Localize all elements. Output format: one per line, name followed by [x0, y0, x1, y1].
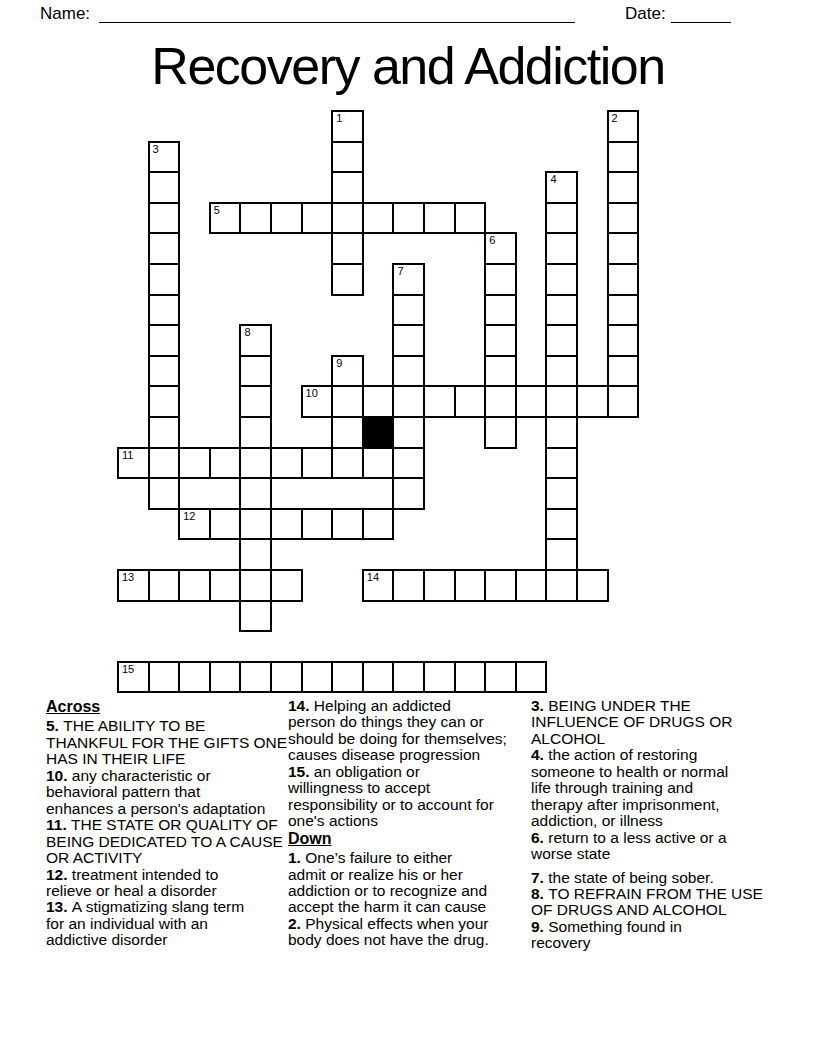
cell-r13c7[interactable]	[331, 508, 364, 541]
cell-r18c11[interactable]	[454, 661, 487, 694]
cell-r11c4[interactable]	[239, 447, 272, 480]
cell-r7c14[interactable]	[545, 324, 578, 357]
cell-r9c8[interactable]	[362, 385, 395, 418]
cell-r14c14[interactable]	[545, 538, 578, 571]
cell-r8c16[interactable]	[607, 355, 640, 388]
cell-r9c15[interactable]	[576, 385, 609, 418]
crossword-grid: 123456789101112131415	[117, 110, 640, 694]
cell-r2c1[interactable]	[148, 171, 181, 204]
cell-r15c3[interactable]	[209, 569, 242, 602]
clue-down-1: 1. One’s failure to either admit or real…	[288, 850, 534, 916]
cell-r18c9[interactable]	[392, 661, 425, 694]
cell-r9c11[interactable]	[454, 385, 487, 418]
cell-r0c16[interactable]: 2	[607, 110, 640, 143]
clue-text: BEING UNDER THE INFLUENCE OF DRUGS OR AL…	[531, 697, 733, 747]
cell-r8c9[interactable]	[392, 355, 425, 388]
cell-r3c10[interactable]	[423, 202, 456, 235]
clue-number: 10.	[46, 767, 72, 784]
cell-r2c7[interactable]	[331, 171, 364, 204]
cell-r11c8[interactable]	[362, 447, 395, 480]
cell-r3c7[interactable]	[331, 202, 364, 235]
cell-r8c12[interactable]	[484, 355, 517, 388]
cell-r4c14[interactable]	[545, 232, 578, 265]
clue-text: Physical effects when your body does not…	[288, 915, 489, 948]
cell-r15c4[interactable]	[239, 569, 272, 602]
cell-r11c6[interactable]	[301, 447, 334, 480]
name-label: Name:	[40, 4, 90, 24]
cell-r7c9[interactable]	[392, 324, 425, 357]
cell-r14c4[interactable]	[239, 538, 272, 571]
cell-r10c12[interactable]	[484, 416, 517, 449]
clue-text: Helping an addicted person do things the…	[288, 697, 507, 763]
cell-r15c13[interactable]	[515, 569, 548, 602]
cell-r18c10[interactable]	[423, 661, 456, 694]
grid-number-2: 2	[612, 113, 618, 124]
clue-across-14: 14. Helping an addicted person do things…	[288, 698, 534, 764]
cell-r15c1[interactable]	[148, 569, 181, 602]
clue-across-10: 10. any characteristic or behavioral pat…	[46, 768, 292, 817]
cell-r18c7[interactable]	[331, 661, 364, 694]
clues-column-1: Across5. THE ABILITY TO BE THANKFUL FOR …	[46, 698, 292, 949]
clue-across-12: 12. treatment intended to relieve or hea…	[46, 867, 292, 900]
cell-r15c9[interactable]	[392, 569, 425, 602]
cell-r12c9[interactable]	[392, 477, 425, 510]
clue-number: 3.	[531, 697, 548, 714]
grid-number-14: 14	[367, 572, 379, 583]
cell-r10c9[interactable]	[392, 416, 425, 449]
cell-r18c4[interactable]	[239, 661, 272, 694]
cell-r9c6[interactable]: 10	[301, 385, 334, 418]
cell-r18c13[interactable]	[515, 661, 548, 694]
cell-r18c2[interactable]	[178, 661, 211, 694]
clue-across-13: 13. A stigmatizing slang term for an ind…	[46, 899, 292, 948]
worksheet-page: Name: Date: Recovery and Addiction 12345…	[0, 0, 816, 1056]
clue-number: 7.	[531, 869, 548, 886]
cell-r9c4[interactable]	[239, 385, 272, 418]
cell-r5c1[interactable]	[148, 263, 181, 296]
cell-r15c2[interactable]	[178, 569, 211, 602]
cell-r11c14[interactable]	[545, 447, 578, 480]
cell-r9c12[interactable]	[484, 385, 517, 418]
clue-number: 8.	[531, 885, 548, 902]
cell-r10c1[interactable]	[148, 416, 181, 449]
clue-text: any characteristic or behavioral pattern…	[46, 767, 265, 817]
clue-number: 13.	[46, 898, 72, 915]
cell-r11c1[interactable]	[148, 447, 181, 480]
grid-number-8: 8	[244, 327, 250, 338]
cell-r9c10[interactable]	[423, 385, 456, 418]
cell-r3c5[interactable]	[270, 202, 303, 235]
clue-text: treatment intended to relieve or heal a …	[46, 866, 218, 899]
clue-down-7: 7. the state of being sober.	[531, 870, 777, 886]
cell-r13c4[interactable]	[239, 508, 272, 541]
cell-r15c15[interactable]	[576, 569, 609, 602]
clue-down-3: 3. BEING UNDER THE INFLUENCE OF DRUGS OR…	[531, 698, 777, 747]
cell-r3c16[interactable]	[607, 202, 640, 235]
clue-down-9: 9. Something found in recovery	[531, 919, 777, 952]
cell-r5c14[interactable]	[545, 263, 578, 296]
grid-number-10: 10	[306, 388, 318, 399]
clues-column-2: 14. Helping an addicted person do things…	[288, 698, 534, 949]
clue-down-6: 6. return to a less active or a worse st…	[531, 830, 777, 863]
cell-r6c14[interactable]	[545, 294, 578, 327]
black-cell-r10c8	[362, 416, 395, 449]
date-blank-line	[671, 4, 731, 23]
cell-r10c4[interactable]	[239, 416, 272, 449]
clues-column-3: 3. BEING UNDER THE INFLUENCE OF DRUGS OR…	[531, 698, 777, 952]
grid-number-13: 13	[122, 572, 134, 583]
cell-r12c4[interactable]	[239, 477, 272, 510]
clue-text: Something found in recovery	[531, 918, 682, 951]
cell-r3c14[interactable]	[545, 202, 578, 235]
grid-number-15: 15	[122, 664, 134, 675]
grid-number-1: 1	[336, 113, 342, 124]
cell-r7c16[interactable]	[607, 324, 640, 357]
clue-text: the action of restoring someone to healt…	[531, 746, 728, 829]
cell-r16c4[interactable]	[239, 600, 272, 633]
grid-number-4: 4	[550, 174, 556, 185]
cell-r11c2[interactable]	[178, 447, 211, 480]
clue-number: 4.	[531, 746, 548, 763]
cell-r9c1[interactable]	[148, 385, 181, 418]
cell-r1c7[interactable]	[331, 141, 364, 174]
cell-r6c1[interactable]	[148, 294, 181, 327]
cell-r5c12[interactable]	[484, 263, 517, 296]
cell-r1c16[interactable]	[607, 141, 640, 174]
cell-r13c3[interactable]	[209, 508, 242, 541]
cell-r5c16[interactable]	[607, 263, 640, 296]
date-label: Date:	[625, 4, 666, 24]
cell-r9c13[interactable]	[515, 385, 548, 418]
cell-r13c8[interactable]	[362, 508, 395, 541]
cell-r18c0[interactable]: 15	[117, 661, 150, 694]
clue-number: 12.	[46, 866, 72, 883]
grid-number-3: 3	[153, 144, 159, 155]
cell-r15c10[interactable]	[423, 569, 456, 602]
cell-r8c1[interactable]	[148, 355, 181, 388]
cell-r3c1[interactable]	[148, 202, 181, 235]
cell-r15c0[interactable]: 13	[117, 569, 150, 602]
cell-r11c3[interactable]	[209, 447, 242, 480]
cell-r3c8[interactable]	[362, 202, 395, 235]
cell-r4c12[interactable]: 6	[484, 232, 517, 265]
cell-r18c6[interactable]	[301, 661, 334, 694]
cell-r1c1[interactable]: 3	[148, 141, 181, 174]
cell-r9c9[interactable]	[392, 385, 425, 418]
cell-r2c14[interactable]: 4	[545, 171, 578, 204]
cell-r0c7[interactable]: 1	[331, 110, 364, 143]
clue-number: 15.	[288, 763, 314, 780]
cell-r11c0[interactable]: 11	[117, 447, 150, 480]
cell-r13c6[interactable]	[301, 508, 334, 541]
cell-r9c14[interactable]	[545, 385, 578, 418]
clue-number: 5.	[46, 717, 63, 734]
clue-number: 1.	[288, 849, 305, 866]
clue-text: TO REFRAIN FROM THE USE OF DRUGS AND ALC…	[531, 885, 763, 918]
clue-text: THE STATE OR QUALITY OF BEING DEDICATED …	[46, 816, 283, 866]
cell-r8c4[interactable]	[239, 355, 272, 388]
cell-r13c2[interactable]: 12	[178, 508, 211, 541]
clue-number: 6.	[531, 829, 548, 846]
cell-r10c7[interactable]	[331, 416, 364, 449]
name-blank-line	[99, 4, 575, 23]
clue-down-4: 4. the action of restoring someone to he…	[531, 747, 777, 829]
cell-r4c1[interactable]	[148, 232, 181, 265]
cell-r11c9[interactable]	[392, 447, 425, 480]
cell-r3c6[interactable]	[301, 202, 334, 235]
cell-r10c14[interactable]	[545, 416, 578, 449]
cell-r8c14[interactable]	[545, 355, 578, 388]
grid-number-9: 9	[336, 358, 342, 369]
cell-r6c12[interactable]	[484, 294, 517, 327]
cell-r2c16[interactable]	[607, 171, 640, 204]
cell-r7c1[interactable]	[148, 324, 181, 357]
clue-text: A stigmatizing slang term for an individ…	[46, 898, 244, 948]
cell-r5c9[interactable]: 7	[392, 263, 425, 296]
clue-down-8: 8. TO REFRAIN FROM THE USE OF DRUGS AND …	[531, 886, 777, 919]
clue-number: 9.	[531, 918, 548, 935]
cell-r6c9[interactable]	[392, 294, 425, 327]
cell-r9c16[interactable]	[607, 385, 640, 418]
cell-r18c1[interactable]	[148, 661, 181, 694]
cell-r18c5[interactable]	[270, 661, 303, 694]
clue-text: THE ABILITY TO BE THANKFUL FOR THE GIFTS…	[46, 717, 287, 767]
cell-r11c7[interactable]	[331, 447, 364, 480]
cell-r7c4[interactable]: 8	[239, 324, 272, 357]
cell-r12c1[interactable]	[148, 477, 181, 510]
cell-r13c5[interactable]	[270, 508, 303, 541]
cell-r15c11[interactable]	[454, 569, 487, 602]
cell-r13c14[interactable]	[545, 508, 578, 541]
cell-r8c7[interactable]: 9	[331, 355, 364, 388]
clues-heading-down: Down	[288, 831, 534, 847]
cell-r11c5[interactable]	[270, 447, 303, 480]
clue-text: an obligation or willingness to accept r…	[288, 763, 494, 829]
cell-r15c12[interactable]	[484, 569, 517, 602]
cell-r3c3[interactable]: 5	[209, 202, 242, 235]
clue-text: return to a less active or a worse state	[531, 829, 727, 862]
clue-number: 14.	[288, 697, 314, 714]
cell-r15c8[interactable]: 14	[362, 569, 395, 602]
cell-r18c12[interactable]	[484, 661, 517, 694]
cell-r18c3[interactable]	[209, 661, 242, 694]
cell-r9c7[interactable]	[331, 385, 364, 418]
grid-number-6: 6	[489, 235, 495, 246]
clue-across-11: 11. THE STATE OR QUALITY OF BEING DEDICA…	[46, 817, 292, 866]
cell-r7c12[interactable]	[484, 324, 517, 357]
cell-r6c16[interactable]	[607, 294, 640, 327]
cell-r18c8[interactable]	[362, 661, 395, 694]
cell-r15c14[interactable]	[545, 569, 578, 602]
cell-r4c7[interactable]	[331, 232, 364, 265]
cell-r4c16[interactable]	[607, 232, 640, 265]
grid-number-5: 5	[214, 205, 220, 216]
clue-across-5: 5. THE ABILITY TO BE THANKFUL FOR THE GI…	[46, 718, 292, 767]
cell-r3c4[interactable]	[239, 202, 272, 235]
cell-r3c11[interactable]	[454, 202, 487, 235]
grid-number-11: 11	[122, 450, 133, 461]
cell-r5c7[interactable]	[331, 263, 364, 296]
puzzle-title: Recovery and Addiction	[0, 40, 816, 92]
grid-number-7: 7	[397, 266, 403, 277]
clue-number: 11.	[46, 816, 71, 833]
clues-heading-across: Across	[46, 699, 292, 715]
grid-number-12: 12	[183, 511, 195, 522]
clue-text: the state of being sober.	[548, 869, 713, 886]
clue-down-2: 2. Physical effects when your body does …	[288, 916, 534, 949]
clue-across-15: 15. an obligation or willingness to acce…	[288, 764, 534, 830]
clue-number: 2.	[288, 915, 305, 932]
cell-r15c5[interactable]	[270, 569, 303, 602]
cell-r3c9[interactable]	[392, 202, 425, 235]
clue-text: One’s failure to either admit or realize…	[288, 849, 487, 915]
cell-r12c14[interactable]	[545, 477, 578, 510]
